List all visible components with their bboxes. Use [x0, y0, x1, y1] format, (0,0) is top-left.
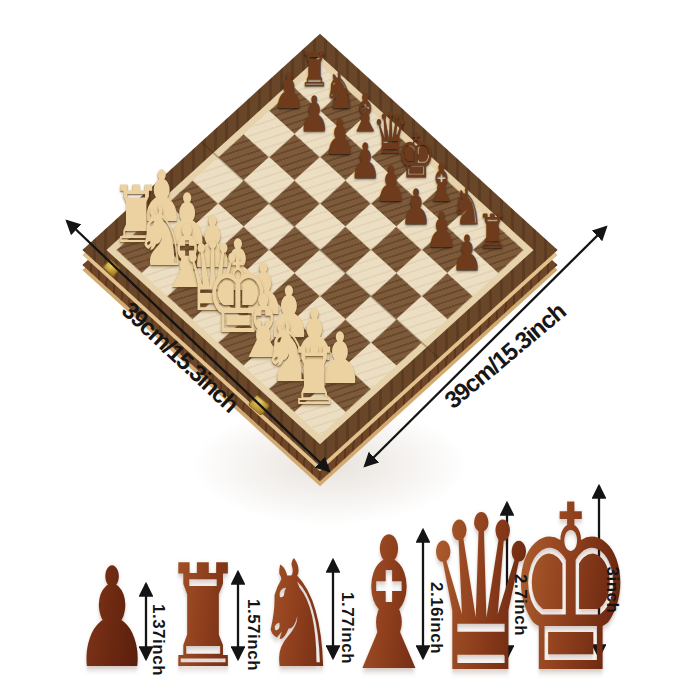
- king-height-label: 3inch: [602, 567, 622, 614]
- square-h1: ♜: [295, 389, 346, 435]
- pawn-height-label: 1.37inch: [148, 604, 168, 676]
- knight-height-label: 1.77inch: [337, 592, 357, 664]
- board-frame: ♜♞♝♛♚♝♞♜♟♟♟♟♟♟♟♟♟♟♟♟♟♟♟♟♜♞♝♛♚♝♞♜: [82, 34, 557, 466]
- rook-height-label: 1.57inch: [243, 599, 263, 671]
- bishop-height-label: 2.16inch: [426, 582, 446, 654]
- queen-height-label: 2.7inch: [510, 574, 530, 636]
- white-rook: ♜: [271, 338, 357, 417]
- product-photo: ♜♞♝♛♚♝♞♜♟♟♟♟♟♟♟♟♟♟♟♟♟♟♟♟♜♞♝♛♚♝♞♜ 39cm/15…: [0, 0, 700, 700]
